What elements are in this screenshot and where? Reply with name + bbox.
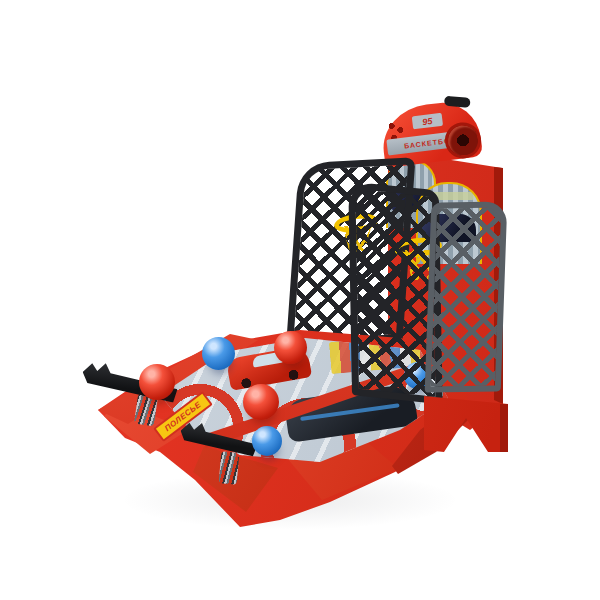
ball-blue-upper-left[interactable] xyxy=(202,337,235,370)
catch-fence-right xyxy=(425,201,508,392)
launcher-right-loaded-ball[interactable] xyxy=(252,426,282,456)
ball-red-top-divider[interactable] xyxy=(274,331,307,364)
spoiler-icon xyxy=(444,96,471,108)
ball-red-centre-lane[interactable] xyxy=(243,384,279,420)
launcher-right-spring[interactable] xyxy=(219,451,240,484)
launcher-right-lever[interactable] xyxy=(178,417,259,458)
launcher-right xyxy=(178,420,298,495)
product-photo-stage: 95 БАСКЕТБОЛ xyxy=(0,0,600,600)
launcher-left-knob[interactable] xyxy=(139,364,175,400)
logo-number: 95 xyxy=(422,116,433,127)
